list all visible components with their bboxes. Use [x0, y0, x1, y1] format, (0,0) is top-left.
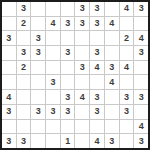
cell-r5c9[interactable]: 4	[120, 61, 134, 75]
cell-r8c6[interactable]	[75, 105, 89, 119]
cell-r9c6[interactable]	[75, 120, 89, 134]
cell-r2c8[interactable]: 4	[105, 17, 119, 31]
cell-r4c8[interactable]	[105, 46, 119, 60]
cell-r10c6[interactable]	[75, 134, 89, 148]
cell-r1c6[interactable]: 3	[75, 2, 89, 16]
cell-r4c9[interactable]	[120, 46, 134, 60]
cell-r3c5[interactable]	[61, 31, 75, 45]
cell-r9c4[interactable]	[46, 120, 60, 134]
cell-r9c9[interactable]	[120, 120, 134, 134]
cell-r4c4[interactable]	[46, 46, 60, 60]
cell-r8c5[interactable]: 3	[61, 105, 75, 119]
puzzle-area: 3334324333433243333323434344343333333334…	[0, 0, 150, 150]
cell-r1c7[interactable]: 3	[90, 2, 104, 16]
cell-r2c7[interactable]: 3	[90, 17, 104, 31]
cell-r2c3[interactable]	[31, 17, 45, 31]
cell-r3c10[interactable]: 4	[134, 31, 148, 45]
cell-r5c8[interactable]: 3	[105, 61, 119, 75]
cell-r9c10[interactable]: 4	[134, 120, 148, 134]
cell-r3c8[interactable]	[105, 31, 119, 45]
cell-r9c1[interactable]	[2, 120, 16, 134]
cell-r2c2[interactable]: 2	[17, 17, 31, 31]
cell-r8c7[interactable]: 3	[90, 105, 104, 119]
cell-r2c5[interactable]: 3	[61, 17, 75, 31]
cell-r4c5[interactable]: 3	[61, 46, 75, 60]
cell-r6c1[interactable]	[2, 75, 16, 89]
cell-r9c5[interactable]	[61, 120, 75, 134]
cell-r6c4[interactable]: 3	[46, 75, 60, 89]
cell-r2c4[interactable]: 4	[46, 17, 60, 31]
cell-r2c9[interactable]	[120, 17, 134, 31]
cell-r6c6[interactable]	[75, 75, 89, 89]
cell-r8c8[interactable]	[105, 105, 119, 119]
cell-r1c4[interactable]	[46, 2, 60, 16]
cell-r5c10[interactable]	[134, 61, 148, 75]
cell-r7c7[interactable]: 3	[90, 90, 104, 104]
cell-r6c9[interactable]	[120, 75, 134, 89]
cell-r9c8[interactable]	[105, 120, 119, 134]
cell-r3c7[interactable]	[90, 31, 104, 45]
cell-r1c8[interactable]	[105, 2, 119, 16]
cell-r7c3[interactable]	[31, 90, 45, 104]
cell-r8c9[interactable]: 3	[120, 105, 134, 119]
cell-r3c3[interactable]: 3	[31, 31, 45, 45]
cell-r1c5[interactable]	[61, 2, 75, 16]
cell-r2c10[interactable]	[134, 17, 148, 31]
cell-r3c4[interactable]	[46, 31, 60, 45]
cell-r3c1[interactable]: 3	[2, 31, 16, 45]
cell-r10c1[interactable]: 3	[2, 134, 16, 148]
cell-r4c7[interactable]: 3	[90, 46, 104, 60]
cell-r4c2[interactable]: 3	[17, 46, 31, 60]
cell-r2c1[interactable]	[2, 17, 16, 31]
cell-r6c10[interactable]	[134, 75, 148, 89]
cell-r4c3[interactable]: 3	[31, 46, 45, 60]
cell-r10c7[interactable]: 4	[90, 134, 104, 148]
cell-r8c4[interactable]: 3	[46, 105, 60, 119]
cell-r6c8[interactable]: 4	[105, 75, 119, 89]
cell-r9c3[interactable]	[31, 120, 45, 134]
cell-r10c8[interactable]: 3	[105, 134, 119, 148]
cell-r5c5[interactable]	[61, 61, 75, 75]
cell-r1c1[interactable]	[2, 2, 16, 16]
cell-r7c1[interactable]: 4	[2, 90, 16, 104]
cell-r10c9[interactable]	[120, 134, 134, 148]
cell-r5c3[interactable]	[31, 61, 45, 75]
cell-r4c6[interactable]	[75, 46, 89, 60]
cell-r5c2[interactable]: 2	[17, 61, 31, 75]
cell-r7c8[interactable]	[105, 90, 119, 104]
cell-r10c5[interactable]: 1	[61, 134, 75, 148]
cell-r3c2[interactable]	[17, 31, 31, 45]
cell-r5c4[interactable]	[46, 61, 60, 75]
cell-r1c9[interactable]: 4	[120, 2, 134, 16]
cell-r5c7[interactable]: 4	[90, 61, 104, 75]
cell-r9c7[interactable]	[90, 120, 104, 134]
cell-r8c2[interactable]	[17, 105, 31, 119]
cell-r6c7[interactable]	[90, 75, 104, 89]
cell-r6c2[interactable]	[17, 75, 31, 89]
cell-r7c2[interactable]	[17, 90, 31, 104]
cell-r4c10[interactable]: 3	[134, 46, 148, 60]
cell-r1c3[interactable]	[31, 2, 45, 16]
cell-r7c4[interactable]	[46, 90, 60, 104]
cell-r7c10[interactable]: 3	[134, 90, 148, 104]
cell-r10c3[interactable]	[31, 134, 45, 148]
cell-r2c6[interactable]: 3	[75, 17, 89, 31]
cell-r3c6[interactable]	[75, 31, 89, 45]
cell-r4c1[interactable]	[2, 46, 16, 60]
cell-r5c6[interactable]: 3	[75, 61, 89, 75]
cell-r3c9[interactable]: 2	[120, 31, 134, 45]
cell-r1c2[interactable]: 3	[17, 2, 31, 16]
cell-r6c5[interactable]	[61, 75, 75, 89]
cell-r8c3[interactable]: 3	[31, 105, 45, 119]
cell-r7c6[interactable]: 4	[75, 90, 89, 104]
cell-r6c3[interactable]	[31, 75, 45, 89]
cell-r5c1[interactable]	[2, 61, 16, 75]
fill-a-pix-board: 3334324333433243333323434344343333333334…	[0, 0, 150, 150]
cell-r10c10[interactable]: 3	[134, 134, 148, 148]
cell-r8c10[interactable]	[134, 105, 148, 119]
cell-r7c9[interactable]: 3	[120, 90, 134, 104]
cell-r9c2[interactable]	[17, 120, 31, 134]
cell-r1c10[interactable]: 3	[134, 2, 148, 16]
cell-r8c1[interactable]: 3	[2, 105, 16, 119]
cell-r10c2[interactable]: 3	[17, 134, 31, 148]
cell-r10c4[interactable]	[46, 134, 60, 148]
cell-r7c5[interactable]: 3	[61, 90, 75, 104]
